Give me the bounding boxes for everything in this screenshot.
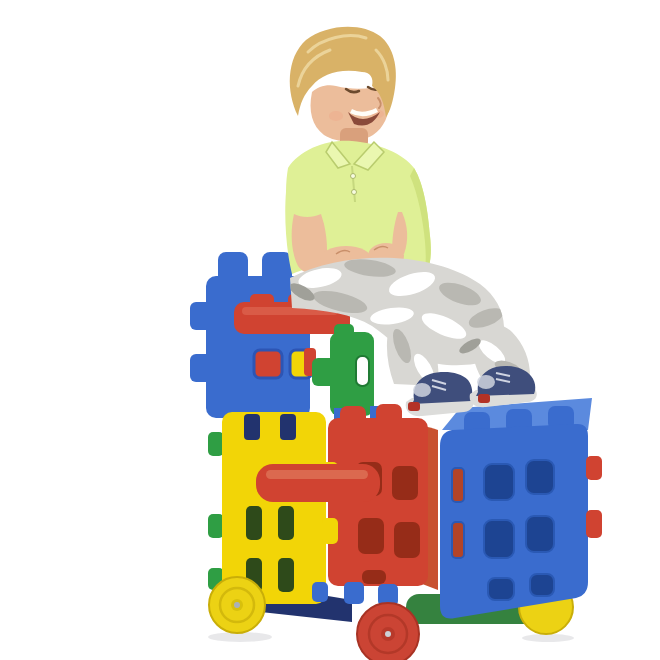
button bbox=[352, 190, 357, 195]
chair-back-hole-red bbox=[254, 350, 282, 378]
cube-right-red-tab bbox=[586, 456, 602, 480]
yellow-panel-top-gap bbox=[280, 414, 296, 440]
handle-highlight bbox=[266, 470, 368, 479]
red-panel-bottom-blue-tab bbox=[312, 582, 328, 602]
red-panel-bottom-blue-tab bbox=[344, 582, 364, 604]
shoe-red-accent bbox=[478, 394, 490, 403]
scene bbox=[40, 16, 660, 660]
wheel-axle-pin bbox=[234, 602, 240, 608]
yellow-panel-face bbox=[222, 412, 326, 604]
side-post-slot bbox=[356, 356, 369, 386]
toe-cap bbox=[413, 383, 431, 397]
cart-left-panel bbox=[208, 412, 326, 604]
wheel-front-left bbox=[209, 577, 265, 633]
yellow-panel-green-tab bbox=[208, 514, 224, 538]
yellow-interlock-tab bbox=[322, 518, 338, 544]
push-handle bbox=[256, 464, 380, 502]
wheel-axle-pin bbox=[385, 631, 391, 637]
wheel-center bbox=[357, 603, 419, 660]
button bbox=[351, 174, 356, 179]
yellow-panel-top-gap bbox=[244, 414, 260, 440]
product-photo: Product photo on a white background: a s… bbox=[40, 16, 660, 660]
cart-right-panel bbox=[312, 404, 428, 606]
toe-cap bbox=[477, 375, 495, 389]
cheek-blush bbox=[329, 111, 343, 121]
cube-right-red-tab bbox=[586, 510, 602, 538]
shoe-red-accent bbox=[408, 402, 420, 411]
yellow-panel-green-tab bbox=[208, 432, 224, 456]
